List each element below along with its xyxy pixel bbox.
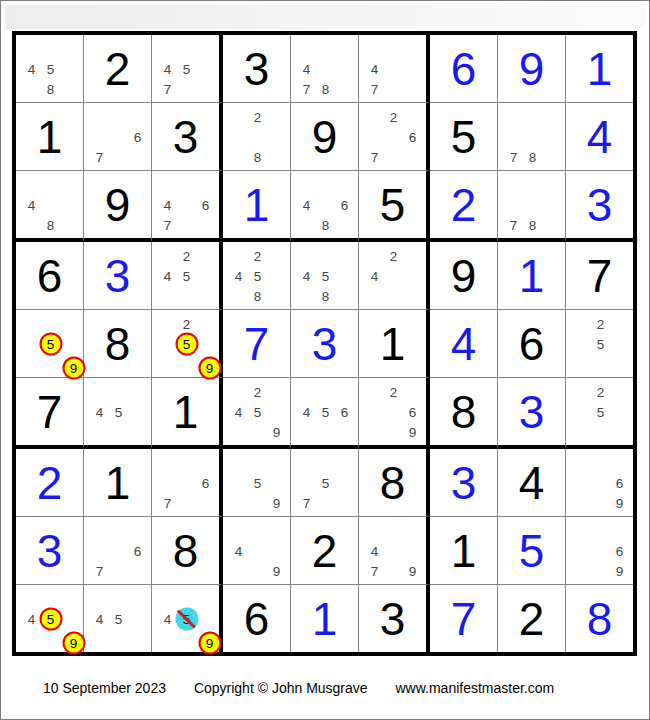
candidate-7: 7 — [164, 218, 172, 233]
cell-value-blue: 7 — [223, 310, 290, 377]
candidate-9: 9 — [409, 564, 417, 579]
cell-r4c1[interactable]: 6 — [16, 242, 84, 310]
candidate-8: 8 — [47, 218, 55, 233]
cell-r6c5[interactable]: 456 — [291, 378, 359, 449]
cell-value-black: 7 — [16, 378, 83, 445]
candidate-7: 7 — [164, 82, 172, 97]
cell-value-blue: 7 — [430, 585, 497, 652]
cell-value-black: 3 — [223, 35, 290, 102]
candidate-4: 4 — [235, 269, 243, 284]
cell-r4c7[interactable]: 9 — [430, 242, 498, 310]
cell-r6c4[interactable]: 2459 — [223, 378, 291, 449]
cell-value-blue: 9 — [498, 35, 565, 102]
cell-r1c9[interactable]: 1 — [566, 35, 633, 103]
candidate-4: 4 — [164, 198, 172, 213]
candidate-grid: 78 — [498, 103, 565, 170]
cell-r7c3[interactable]: 67 — [152, 449, 223, 517]
candidate-4: 4 — [303, 62, 311, 77]
candidate-2: 2 — [390, 110, 398, 125]
candidate-4: 4 — [96, 612, 104, 627]
cell-value-black: 3 — [359, 585, 426, 652]
cell-value-blue: 1 — [291, 585, 358, 652]
cell-r1c3[interactable]: 457 — [152, 35, 223, 103]
cell-r3c6[interactable]: 5 — [359, 171, 430, 242]
cell-r1c4[interactable]: 3 — [223, 35, 291, 103]
candidate-4: 4 — [164, 612, 172, 627]
header-bar — [5, 5, 645, 29]
cell-r8c9[interactable]: 69 — [566, 517, 633, 585]
cell-value-black: 2 — [84, 35, 151, 102]
candidate-6: 6 — [616, 476, 624, 491]
candidate-grid: 59 — [16, 310, 83, 377]
cell-r8c7[interactable]: 1 — [430, 517, 498, 585]
cell-r8c3[interactable]: 8 — [152, 517, 223, 585]
cell-r6c2[interactable]: 45 — [84, 378, 152, 449]
candidate-grid: 458 — [291, 242, 358, 309]
candidate-9: 9 — [273, 425, 281, 440]
cell-value-blue: 2 — [430, 171, 497, 238]
cell-r8c2[interactable]: 67 — [84, 517, 152, 585]
cell-r8c5[interactable]: 2 — [291, 517, 359, 585]
candidate-grid: 2458 — [223, 242, 290, 309]
cell-value-blue: 8 — [566, 585, 633, 652]
candidate-grid: 59 — [223, 449, 290, 516]
candidate-8: 8 — [529, 150, 537, 165]
cell-r3c9[interactable]: 3 — [566, 171, 633, 242]
cell-r6c9[interactable]: 25 — [566, 378, 633, 449]
candidate-4: 4 — [164, 62, 172, 77]
candidate-9-yellow-circle: 9 — [62, 357, 85, 380]
cell-r5c6[interactable]: 1 — [359, 310, 430, 378]
candidate-5-cyan-circle-slash: 5 — [175, 608, 198, 631]
candidate-grid: 45 — [84, 585, 151, 652]
candidate-4: 4 — [371, 269, 379, 284]
cell-r1c6[interactable]: 47 — [359, 35, 430, 103]
candidate-7: 7 — [96, 150, 104, 165]
candidate-9: 9 — [616, 564, 624, 579]
candidate-8: 8 — [47, 82, 55, 97]
candidate-7: 7 — [510, 150, 518, 165]
candidate-4: 4 — [164, 269, 172, 284]
candidate-6: 6 — [409, 405, 417, 420]
cell-r8c8[interactable]: 5 — [498, 517, 566, 585]
cell-value-black: 9 — [291, 103, 358, 170]
candidate-5: 5 — [183, 62, 191, 77]
candidate-5-yellow-circle: 5 — [39, 608, 62, 631]
candidate-8: 8 — [322, 218, 330, 233]
candidate-grid: 25 — [566, 310, 633, 377]
candidate-4: 4 — [303, 198, 311, 213]
cell-value-black: 9 — [430, 242, 497, 309]
cell-value-blue: 5 — [498, 517, 565, 584]
cell-r4c2[interactable]: 3 — [84, 242, 152, 310]
cell-value-blue: 1 — [223, 171, 290, 238]
cell-r7c9[interactable]: 69 — [566, 449, 633, 517]
candidate-5: 5 — [322, 269, 330, 284]
cell-value-black: 1 — [430, 517, 497, 584]
cell-value-black: 2 — [291, 517, 358, 584]
footer-copyright: Copyright © John Musgrave — [194, 680, 368, 696]
cell-r5c7[interactable]: 4 — [430, 310, 498, 378]
cell-r2c1[interactable]: 1 — [16, 103, 84, 171]
candidate-5: 5 — [254, 476, 262, 491]
candidate-grid: 479 — [359, 517, 426, 584]
cell-value-black: 7 — [566, 242, 633, 309]
candidate-5: 5 — [322, 476, 330, 491]
sudoku-board: 4582457347847691167328926757844894671468… — [12, 31, 637, 656]
cell-value-black: 6 — [223, 585, 290, 652]
cell-value-black: 2 — [498, 585, 565, 652]
candidate-grid: 456 — [291, 378, 358, 445]
cell-r3c8[interactable]: 78 — [498, 171, 566, 242]
candidate-4: 4 — [371, 62, 379, 77]
candidate-6: 6 — [202, 198, 210, 213]
candidate-8: 8 — [254, 289, 262, 304]
cell-r2c7[interactable]: 5 — [430, 103, 498, 171]
cell-r9c8[interactable]: 2 — [498, 585, 566, 652]
cell-r9c9[interactable]: 8 — [566, 585, 633, 652]
candidate-2: 2 — [390, 385, 398, 400]
cell-r1c2[interactable]: 2 — [84, 35, 152, 103]
candidate-9-yellow-circle: 9 — [62, 632, 85, 655]
cell-r4c9[interactable]: 7 — [566, 242, 633, 310]
candidate-8: 8 — [322, 289, 330, 304]
cell-r7c6[interactable]: 8 — [359, 449, 430, 517]
candidate-grid: 28 — [223, 103, 290, 170]
cell-r9c1[interactable]: 459 — [16, 585, 84, 652]
cell-r2c9[interactable]: 4 — [566, 103, 633, 171]
cell-r7c4[interactable]: 59 — [223, 449, 291, 517]
candidate-5: 5 — [183, 269, 191, 284]
candidate-4: 4 — [28, 198, 36, 213]
cell-value-black: 6 — [498, 310, 565, 377]
candidate-grid: 459 — [16, 585, 83, 652]
candidate-5: 5 — [47, 62, 55, 77]
cell-r7c7[interactable]: 3 — [430, 449, 498, 517]
cell-r6c6[interactable]: 269 — [359, 378, 430, 449]
candidate-5: 5 — [322, 405, 330, 420]
candidate-grid: 457 — [152, 35, 219, 102]
cell-r2c4[interactable]: 28 — [223, 103, 291, 171]
cell-r1c8[interactable]: 9 — [498, 35, 566, 103]
cell-r3c7[interactable]: 2 — [430, 171, 498, 242]
cell-r6c3[interactable]: 1 — [152, 378, 223, 449]
cell-r6c1[interactable]: 7 — [16, 378, 84, 449]
cell-r5c8[interactable]: 6 — [498, 310, 566, 378]
cell-r1c1[interactable]: 458 — [16, 35, 84, 103]
cell-r2c8[interactable]: 78 — [498, 103, 566, 171]
cell-r7c8[interactable]: 4 — [498, 449, 566, 517]
candidate-5: 5 — [597, 405, 605, 420]
cell-r9c2[interactable]: 45 — [84, 585, 152, 652]
candidate-4: 4 — [371, 544, 379, 559]
cell-value-black: 4 — [498, 449, 565, 516]
candidate-6: 6 — [134, 130, 142, 145]
cell-value-black: 8 — [430, 378, 497, 445]
cell-r3c4[interactable]: 1 — [223, 171, 291, 242]
candidate-4: 4 — [96, 405, 104, 420]
candidate-9-yellow-circle: 9 — [198, 632, 221, 655]
cell-value-blue: 4 — [566, 103, 633, 170]
footer-date: 10 September 2023 — [43, 680, 166, 696]
candidate-7: 7 — [96, 564, 104, 579]
cell-r9c3[interactable]: 459 — [152, 585, 223, 652]
candidate-grid: 259 — [152, 310, 219, 377]
cell-value-blue: 2 — [16, 449, 83, 516]
candidate-8: 8 — [254, 150, 262, 165]
cell-r5c5[interactable]: 3 — [291, 310, 359, 378]
candidate-grid: 245 — [152, 242, 219, 309]
candidate-5-yellow-circle: 5 — [175, 333, 198, 356]
cell-r6c8[interactable]: 3 — [498, 378, 566, 449]
cell-r4c6[interactable]: 24 — [359, 242, 430, 310]
candidate-5: 5 — [115, 405, 123, 420]
cell-value-blue: 3 — [291, 310, 358, 377]
cell-value-black: 1 — [152, 378, 219, 445]
cell-r8c1[interactable]: 3 — [16, 517, 84, 585]
cell-r2c6[interactable]: 267 — [359, 103, 430, 171]
cell-r3c3[interactable]: 467 — [152, 171, 223, 242]
candidate-9: 9 — [273, 564, 281, 579]
candidate-grid: 25 — [566, 378, 633, 445]
cell-r4c3[interactable]: 245 — [152, 242, 223, 310]
cell-r3c2[interactable]: 9 — [84, 171, 152, 242]
cell-r2c2[interactable]: 67 — [84, 103, 152, 171]
candidate-grid: 47 — [359, 35, 426, 102]
candidate-7: 7 — [371, 150, 379, 165]
candidate-grid: 49 — [223, 517, 290, 584]
candidate-9: 9 — [616, 496, 624, 511]
cell-r4c8[interactable]: 1 — [498, 242, 566, 310]
candidate-2: 2 — [183, 249, 191, 264]
candidate-5: 5 — [597, 337, 605, 352]
cell-value-blue: 1 — [498, 242, 565, 309]
candidate-grid: 67 — [152, 449, 219, 516]
candidate-grid: 478 — [291, 35, 358, 102]
candidate-grid: 67 — [84, 103, 151, 170]
cell-value-black: 1 — [359, 310, 426, 377]
candidate-9: 9 — [273, 496, 281, 511]
cell-r4c4[interactable]: 2458 — [223, 242, 291, 310]
candidate-grid: 269 — [359, 378, 426, 445]
candidate-9: 9 — [409, 425, 417, 440]
cell-value-blue: 1 — [566, 35, 633, 102]
footer: 10 September 2023 Copyright © John Musgr… — [43, 680, 554, 696]
candidate-grid: 2459 — [223, 378, 290, 445]
cell-r5c2[interactable]: 8 — [84, 310, 152, 378]
candidate-grid: 57 — [291, 449, 358, 516]
cell-value-black: 8 — [84, 310, 151, 377]
cell-value-blue: 4 — [430, 310, 497, 377]
cell-value-black: 6 — [16, 242, 83, 309]
candidate-2: 2 — [254, 385, 262, 400]
cell-r5c4[interactable]: 7 — [223, 310, 291, 378]
candidate-2: 2 — [597, 317, 605, 332]
candidate-7: 7 — [371, 82, 379, 97]
candidate-grid: 24 — [359, 242, 426, 309]
candidate-6: 6 — [409, 130, 417, 145]
cell-value-black: 5 — [359, 171, 426, 238]
candidate-7: 7 — [164, 496, 172, 511]
candidate-7: 7 — [303, 82, 311, 97]
cell-value-black: 5 — [430, 103, 497, 170]
candidate-5: 5 — [254, 269, 262, 284]
candidate-5: 5 — [254, 405, 262, 420]
cell-r2c3[interactable]: 3 — [152, 103, 223, 171]
cell-r9c6[interactable]: 3 — [359, 585, 430, 652]
candidate-grid: 468 — [291, 171, 358, 238]
candidate-7: 7 — [371, 564, 379, 579]
cell-value-black: 8 — [152, 517, 219, 584]
cell-value-black: 1 — [84, 449, 151, 516]
candidate-4: 4 — [303, 269, 311, 284]
cell-r7c2[interactable]: 1 — [84, 449, 152, 517]
cell-value-black: 1 — [16, 103, 83, 170]
candidate-grid: 267 — [359, 103, 426, 170]
candidate-grid: 467 — [152, 171, 219, 238]
candidate-2: 2 — [597, 385, 605, 400]
cell-r3c5[interactable]: 468 — [291, 171, 359, 242]
candidate-5-yellow-circle: 5 — [39, 333, 62, 356]
cell-r9c5[interactable]: 1 — [291, 585, 359, 652]
candidate-6: 6 — [134, 544, 142, 559]
cell-value-blue: 3 — [566, 171, 633, 238]
cell-r5c3[interactable]: 259 — [152, 310, 223, 378]
cell-r4c5[interactable]: 458 — [291, 242, 359, 310]
cell-r3c1[interactable]: 48 — [16, 171, 84, 242]
cell-r9c4[interactable]: 6 — [223, 585, 291, 652]
cell-r5c1[interactable]: 59 — [16, 310, 84, 378]
candidate-7: 7 — [303, 496, 311, 511]
candidate-grid: 458 — [16, 35, 83, 102]
cell-value-black: 3 — [152, 103, 219, 170]
candidate-4: 4 — [28, 612, 36, 627]
candidate-6: 6 — [341, 405, 349, 420]
candidate-2: 2 — [254, 110, 262, 125]
cell-value-blue: 3 — [498, 378, 565, 445]
candidate-grid: 45 — [84, 378, 151, 445]
candidate-grid: 69 — [566, 517, 633, 584]
candidate-2: 2 — [183, 317, 191, 332]
cell-r1c5[interactable]: 478 — [291, 35, 359, 103]
candidate-4: 4 — [235, 405, 243, 420]
cell-r6c7[interactable]: 8 — [430, 378, 498, 449]
candidate-4: 4 — [235, 544, 243, 559]
cell-value-blue: 6 — [430, 35, 497, 102]
candidate-6: 6 — [616, 544, 624, 559]
cell-r8c4[interactable]: 49 — [223, 517, 291, 585]
cell-value-blue: 3 — [430, 449, 497, 516]
candidate-grid: 48 — [16, 171, 83, 238]
cell-r7c1[interactable]: 2 — [16, 449, 84, 517]
candidate-8: 8 — [322, 82, 330, 97]
cell-value-blue: 3 — [16, 517, 83, 584]
cell-r2c5[interactable]: 9 — [291, 103, 359, 171]
candidate-6: 6 — [202, 476, 210, 491]
cell-r8c6[interactable]: 479 — [359, 517, 430, 585]
candidate-grid: 78 — [498, 171, 565, 238]
candidate-4: 4 — [303, 405, 311, 420]
footer-website-link[interactable]: www.manifestmaster.com — [396, 680, 555, 696]
cell-value-black: 9 — [84, 171, 151, 238]
candidate-grid: 69 — [566, 449, 633, 516]
candidate-5: 5 — [115, 612, 123, 627]
cell-r5c9[interactable]: 25 — [566, 310, 633, 378]
candidate-7: 7 — [510, 218, 518, 233]
candidate-9-yellow-circle: 9 — [198, 357, 221, 380]
candidate-2: 2 — [254, 249, 262, 264]
cell-r7c5[interactable]: 57 — [291, 449, 359, 517]
candidate-2: 2 — [390, 249, 398, 264]
candidate-8: 8 — [529, 218, 537, 233]
candidate-grid: 67 — [84, 517, 151, 584]
candidate-6: 6 — [341, 198, 349, 213]
cell-r1c7[interactable]: 6 — [430, 35, 498, 103]
cell-r9c7[interactable]: 7 — [430, 585, 498, 652]
candidate-4: 4 — [28, 62, 36, 77]
cell-value-black: 8 — [359, 449, 426, 516]
candidate-grid: 459 — [152, 585, 219, 652]
cell-value-blue: 3 — [84, 242, 151, 309]
